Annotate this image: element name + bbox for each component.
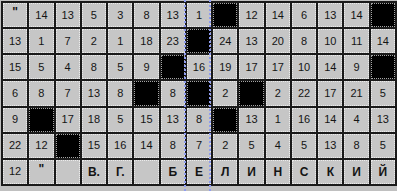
grid-cell-r7c1[interactable]: 12 <box>3 160 27 184</box>
grid-cell-r5c1[interactable]: 9 <box>3 108 27 132</box>
grid-cell-r6c4[interactable]: 15 <box>82 134 106 158</box>
grid-cell-r7c4[interactable]: В. <box>82 160 106 184</box>
grid-cell-r7c2[interactable]: " <box>29 160 53 184</box>
grid-cell-r5c6[interactable]: 15 <box>134 108 158 132</box>
grid-cell-r4c15[interactable]: 5 <box>371 81 395 105</box>
grid-cell-r4c10 <box>239 81 263 105</box>
grid-cell-r1c10[interactable]: 12 <box>239 3 263 27</box>
grid-cell-r5c8[interactable]: 8 <box>187 108 211 132</box>
grid-cell-r4c13[interactable]: 17 <box>318 81 342 105</box>
grid-cell-r6c14[interactable]: 8 <box>344 134 368 158</box>
grid-cell-r7c5[interactable]: Г. <box>108 160 132 184</box>
grid-cell-r3c10[interactable]: 17 <box>239 55 263 79</box>
grid-cell-r5c14[interactable]: 4 <box>344 108 368 132</box>
grid-cell-r5c15[interactable]: 13 <box>371 108 395 132</box>
grid-cell-r4c7[interactable]: 8 <box>161 81 185 105</box>
grid-cell-r5c10[interactable]: 13 <box>239 108 263 132</box>
grid-cell-r1c11[interactable]: 14 <box>266 3 290 27</box>
grid-cell-r4c3[interactable]: 7 <box>56 81 80 105</box>
grid-cell-r1c1[interactable]: " <box>3 3 27 27</box>
grid-cell-r2c14[interactable]: 11 <box>344 29 368 53</box>
grid-cell-r4c14[interactable]: 21 <box>344 81 368 105</box>
grid-cell-r1c12[interactable]: 6 <box>292 3 316 27</box>
grid-cell-r3c2[interactable]: 5 <box>29 55 53 79</box>
grid-cell-r3c5[interactable]: 5 <box>108 55 132 79</box>
grid-cell-r3c4[interactable]: 8 <box>82 55 106 79</box>
grid-cell-r1c8[interactable]: 1 <box>187 3 211 27</box>
grid-cell-r3c3[interactable]: 4 <box>56 55 80 79</box>
grid-cell-r3c11[interactable]: 17 <box>266 55 290 79</box>
grid-cell-r2c10[interactable]: 13 <box>239 29 263 53</box>
grid-cell-r3c1[interactable]: 15 <box>3 55 27 79</box>
grid-cell-r3c9[interactable]: 19 <box>213 55 237 79</box>
grid-cell-r6c3 <box>56 134 80 158</box>
grid-cell-r2c7[interactable]: 23 <box>161 29 185 53</box>
grid-cell-r1c6[interactable]: 8 <box>134 3 158 27</box>
grid-cell-r7c11[interactable]: Н <box>266 160 290 184</box>
grid-cell-r5c11[interactable]: 1 <box>266 108 290 132</box>
grid-cell-r4c2[interactable]: 8 <box>29 81 53 105</box>
grid-cell-r1c5[interactable]: 3 <box>108 3 132 27</box>
grid-cell-r7c10[interactable]: И <box>239 160 263 184</box>
grid-cell-r1c13[interactable]: 13 <box>318 3 342 27</box>
grid-cell-r7c3[interactable] <box>56 160 80 184</box>
grid-cell-r4c5[interactable]: 8 <box>108 81 132 105</box>
grid-cell-r7c8[interactable]: Е <box>187 160 211 184</box>
grid-cell-r3c6[interactable]: 9 <box>134 55 158 79</box>
grid-cell-r2c8 <box>187 29 211 53</box>
grid-cell-r4c11[interactable]: 2 <box>266 81 290 105</box>
grid-cell-r2c2[interactable]: 1 <box>29 29 53 53</box>
grid-cell-r7c15[interactable]: Й <box>371 160 395 184</box>
grid-cell-r1c9 <box>213 3 237 27</box>
grid-cell-r4c4[interactable]: 13 <box>82 81 106 105</box>
puzzle-board: "141353813112146131413172118232413208101… <box>1 1 397 186</box>
grid-cell-r7c14[interactable]: И <box>344 160 368 184</box>
grid-cell-r6c7[interactable]: 8 <box>161 134 185 158</box>
grid-cell-r5c13[interactable]: 14 <box>318 108 342 132</box>
grid-cell-r1c15 <box>371 3 395 27</box>
grid-cell-r7c6[interactable] <box>134 160 158 184</box>
grid-cell-r5c3[interactable]: 17 <box>56 108 80 132</box>
grid-cell-r3c7 <box>161 55 185 79</box>
grid-cell-r6c5[interactable]: 16 <box>108 134 132 158</box>
grid-cell-r2c15[interactable]: 14 <box>371 29 395 53</box>
grid-cell-r2c6[interactable]: 18 <box>134 29 158 53</box>
grid-cell-r4c1[interactable]: 6 <box>3 81 27 105</box>
grid-cell-r3c13[interactable]: 14 <box>318 55 342 79</box>
grid-cell-r5c4[interactable]: 18 <box>82 108 106 132</box>
grid-cell-r5c5[interactable]: 5 <box>108 108 132 132</box>
grid-cell-r2c9[interactable]: 24 <box>213 29 237 53</box>
grid-cell-r7c12[interactable]: С <box>292 160 316 184</box>
grid-cell-r3c8[interactable]: 16 <box>187 55 211 79</box>
grid-cell-r3c14[interactable]: 9 <box>344 55 368 79</box>
grid-cell-r5c9 <box>213 108 237 132</box>
grid-cell-r6c10[interactable]: 5 <box>239 134 263 158</box>
grid-cell-r6c9[interactable]: 2 <box>213 134 237 158</box>
grid-cell-r4c6 <box>134 81 158 105</box>
grid-cell-r5c2 <box>29 108 53 132</box>
grid-cell-r1c14[interactable]: 14 <box>344 3 368 27</box>
grid-cell-r4c12[interactable]: 22 <box>292 81 316 105</box>
grid-cell-r6c2[interactable]: 12 <box>29 134 53 158</box>
grid-cell-r5c12[interactable]: 16 <box>292 108 316 132</box>
grid-cell-r2c12[interactable]: 8 <box>292 29 316 53</box>
grid-cell-r2c4[interactable]: 2 <box>82 29 106 53</box>
grid-cell-r7c7[interactable]: Б <box>161 160 185 184</box>
grid-cell-r4c8 <box>187 81 211 105</box>
puzzle-window: "141353813112146131413172118232413208101… <box>0 0 397 191</box>
grid-cell-r2c1[interactable]: 13 <box>3 29 27 53</box>
grid-cell-r3c15 <box>371 55 395 79</box>
grid-cell-r1c7[interactable]: 13 <box>161 3 185 27</box>
grid-cell-r6c1[interactable]: 22 <box>3 134 27 158</box>
grid-cell-r2c11[interactable]: 20 <box>266 29 290 53</box>
grid-cell-r7c13[interactable]: К <box>318 160 342 184</box>
grid-cell-r6c12[interactable]: 5 <box>292 134 316 158</box>
grid-cell-r1c3[interactable]: 13 <box>56 3 80 27</box>
grid-cell-r2c13[interactable]: 10 <box>318 29 342 53</box>
grid-cell-r2c3[interactable]: 7 <box>56 29 80 53</box>
grid-cell-r3c12[interactable]: 10 <box>292 55 316 79</box>
grid-cell-r6c6[interactable]: 14 <box>134 134 158 158</box>
grid-cell-r6c11[interactable]: 4 <box>266 134 290 158</box>
grid-cell-r1c4[interactable]: 5 <box>82 3 106 27</box>
grid-cell-r4c9[interactable]: 2 <box>213 81 237 105</box>
grid-cell-r6c8[interactable]: 7 <box>187 134 211 158</box>
grid-cell-r5c7[interactable]: 13 <box>161 108 185 132</box>
grid-cell-r6c13[interactable]: 13 <box>318 134 342 158</box>
grid-cell-r2c5[interactable]: 1 <box>108 29 132 53</box>
grid-cell-r1c2[interactable]: 14 <box>29 3 53 27</box>
grid-cell-r7c9[interactable]: Л <box>213 160 237 184</box>
grid-cell-r6c15[interactable]: 5 <box>371 134 395 158</box>
